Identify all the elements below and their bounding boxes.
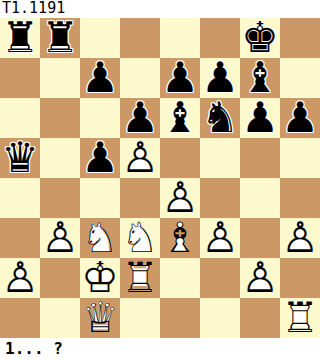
white-knight: ♞♘: [120, 218, 160, 258]
white-pawn: ♟♙: [200, 218, 240, 258]
black-bishop: ♝: [160, 98, 200, 138]
square-h3[interactable]: ♟♙: [280, 218, 320, 258]
square-f6[interactable]: ♞: [200, 98, 240, 138]
square-e7[interactable]: ♟: [160, 58, 200, 98]
black-pawn: ♟: [240, 98, 280, 138]
square-h4[interactable]: [280, 178, 320, 218]
white-pawn: ♟♙: [120, 138, 160, 178]
square-e4[interactable]: ♟♙: [160, 178, 200, 218]
square-d3[interactable]: ♞♘: [120, 218, 160, 258]
square-d8[interactable]: [120, 18, 160, 58]
square-e6[interactable]: ♝: [160, 98, 200, 138]
square-d7[interactable]: [120, 58, 160, 98]
square-h1[interactable]: ♜♖: [280, 298, 320, 338]
black-pawn: ♟: [280, 98, 320, 138]
square-f3[interactable]: ♟♙: [200, 218, 240, 258]
black-rook: ♜: [40, 18, 80, 58]
chess-board: ♜♜♚♟♟♟♝♟♝♞♟♟♛♟♟♙♟♙♟♙♞♘♞♘♝♗♟♙♟♙♟♙♚♔♜♖♟♙♛♕…: [0, 18, 320, 338]
square-c7[interactable]: ♟: [80, 58, 120, 98]
white-king: ♚♔: [80, 258, 120, 298]
black-bishop: ♝: [240, 58, 280, 98]
black-pawn: ♟: [80, 138, 120, 178]
white-rook: ♜♖: [280, 298, 320, 338]
square-b8[interactable]: ♜: [40, 18, 80, 58]
square-c6[interactable]: [80, 98, 120, 138]
square-c8[interactable]: [80, 18, 120, 58]
square-e2[interactable]: [160, 258, 200, 298]
square-e5[interactable]: [160, 138, 200, 178]
square-g5[interactable]: [240, 138, 280, 178]
square-a4[interactable]: [0, 178, 40, 218]
black-pawn: ♟: [80, 58, 120, 98]
square-d1[interactable]: [120, 298, 160, 338]
square-a2[interactable]: ♟♙: [0, 258, 40, 298]
square-f7[interactable]: ♟: [200, 58, 240, 98]
black-pawn: ♟: [200, 58, 240, 98]
square-a7[interactable]: [0, 58, 40, 98]
square-a3[interactable]: [0, 218, 40, 258]
white-pawn: ♟♙: [160, 178, 200, 218]
square-e3[interactable]: ♝♗: [160, 218, 200, 258]
square-h6[interactable]: ♟: [280, 98, 320, 138]
square-a8[interactable]: ♜: [0, 18, 40, 58]
square-b3[interactable]: ♟♙: [40, 218, 80, 258]
square-g1[interactable]: [240, 298, 280, 338]
square-f2[interactable]: [200, 258, 240, 298]
square-d6[interactable]: ♟: [120, 98, 160, 138]
square-f4[interactable]: [200, 178, 240, 218]
square-e1[interactable]: [160, 298, 200, 338]
square-h7[interactable]: [280, 58, 320, 98]
square-g3[interactable]: [240, 218, 280, 258]
square-b2[interactable]: [40, 258, 80, 298]
black-knight: ♞: [200, 98, 240, 138]
square-f5[interactable]: [200, 138, 240, 178]
chess-puzzle-page: T1.1191 ♜♜♚♟♟♟♝♟♝♞♟♟♛♟♟♙♟♙♟♙♞♘♞♘♝♗♟♙♟♙♟♙…: [0, 0, 320, 360]
square-b7[interactable]: [40, 58, 80, 98]
black-pawn: ♟: [120, 98, 160, 138]
square-g2[interactable]: ♟♙: [240, 258, 280, 298]
black-king: ♚: [240, 18, 280, 58]
white-pawn: ♟♙: [0, 258, 40, 298]
square-a5[interactable]: ♛: [0, 138, 40, 178]
square-h8[interactable]: [280, 18, 320, 58]
white-knight: ♞♘: [80, 218, 120, 258]
square-f8[interactable]: [200, 18, 240, 58]
square-c3[interactable]: ♞♘: [80, 218, 120, 258]
square-b6[interactable]: [40, 98, 80, 138]
white-pawn: ♟♙: [240, 258, 280, 298]
move-prompt: 1... ?: [0, 338, 320, 360]
square-b1[interactable]: [40, 298, 80, 338]
square-c5[interactable]: ♟: [80, 138, 120, 178]
square-f1[interactable]: [200, 298, 240, 338]
white-pawn: ♟♙: [40, 218, 80, 258]
square-g4[interactable]: [240, 178, 280, 218]
white-queen: ♛♕: [80, 298, 120, 338]
square-c2[interactable]: ♚♔: [80, 258, 120, 298]
square-a6[interactable]: [0, 98, 40, 138]
black-pawn: ♟: [160, 58, 200, 98]
square-d2[interactable]: ♜♖: [120, 258, 160, 298]
square-g6[interactable]: ♟: [240, 98, 280, 138]
black-queen: ♛: [0, 138, 40, 178]
white-rook: ♜♖: [120, 258, 160, 298]
square-b4[interactable]: [40, 178, 80, 218]
white-bishop: ♝♗: [160, 218, 200, 258]
white-pawn: ♟♙: [280, 218, 320, 258]
square-g8[interactable]: ♚: [240, 18, 280, 58]
square-h5[interactable]: [280, 138, 320, 178]
square-e8[interactable]: [160, 18, 200, 58]
square-d5[interactable]: ♟♙: [120, 138, 160, 178]
square-b5[interactable]: [40, 138, 80, 178]
square-c1[interactable]: ♛♕: [80, 298, 120, 338]
square-h2[interactable]: [280, 258, 320, 298]
black-rook: ♜: [0, 18, 40, 58]
square-d4[interactable]: [120, 178, 160, 218]
square-a1[interactable]: [0, 298, 40, 338]
square-c4[interactable]: [80, 178, 120, 218]
square-g7[interactable]: ♝: [240, 58, 280, 98]
